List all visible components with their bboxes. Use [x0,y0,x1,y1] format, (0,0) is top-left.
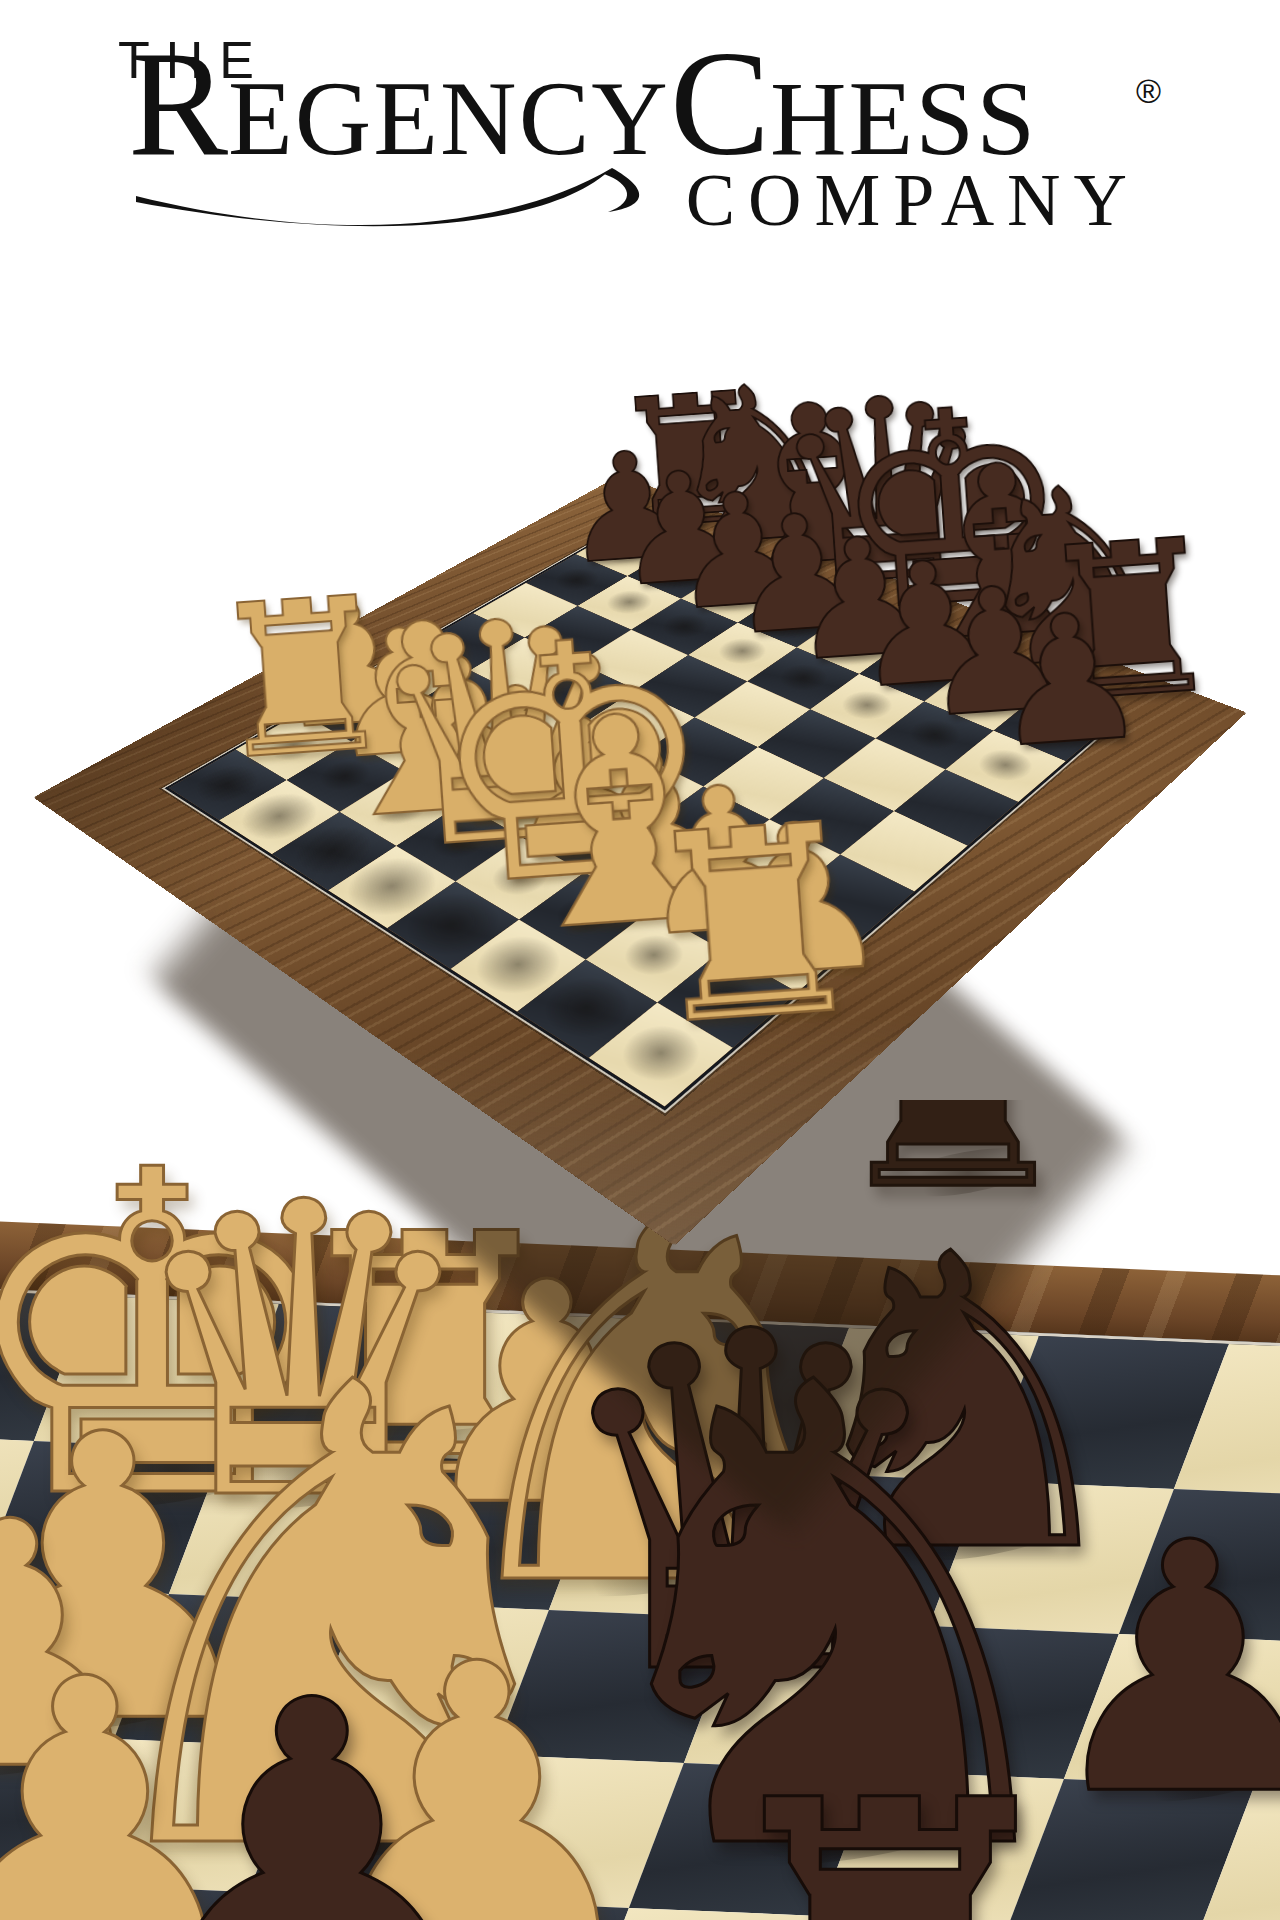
logo-swash-flourish [0,0,1280,260]
chessboard-photo-scene: ♜♞♝♛♚♝♞♜♟♟♟♟♟♟♟♟♟♟♟♟♟♟♟♟♜♞♝♛♚♝♞♜ [0,270,1280,1170]
regency-chess-product-page: THE REGENCYCHESS ® COMPANY ♜♞♝♛♚♝♞♜♟♟♟♟♟… [0,0,1280,1920]
close-up-piece-dark-rook-foreground: ♜ [690,1744,1090,1920]
close-up-piece-dark-pawn-center: ♟ [112,1644,512,1920]
brand-logo: THE REGENCYCHESS ® COMPANY [0,0,1280,260]
